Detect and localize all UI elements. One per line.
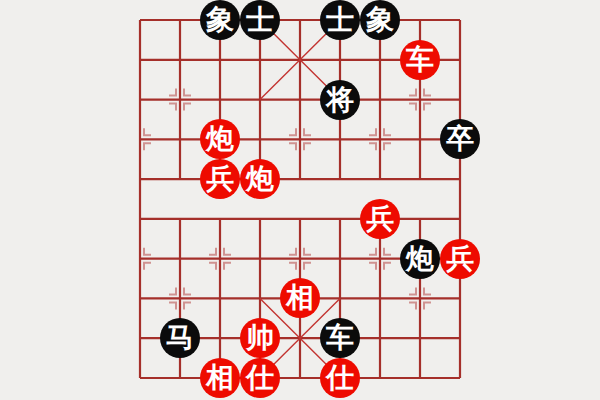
red-advisor-piece[interactable]: 仕 — [240, 358, 280, 398]
red-cannon-piece[interactable]: 炮 — [200, 119, 240, 159]
black-pawn-piece[interactable]: 卒 — [440, 119, 480, 159]
black-advisor-piece[interactable]: 士 — [320, 0, 360, 40]
black-elephant-piece[interactable]: 象 — [200, 0, 240, 40]
red-pawn-piece[interactable]: 兵 — [200, 159, 240, 199]
black-horse-piece[interactable]: 马 — [160, 318, 200, 358]
red-elephant-piece[interactable]: 相 — [280, 278, 320, 318]
red-chariot-piece[interactable]: 车 — [400, 40, 440, 80]
red-pawn-piece[interactable]: 兵 — [440, 239, 480, 279]
red-advisor-piece[interactable]: 仕 — [320, 358, 360, 398]
red-king-piece[interactable]: 帅 — [240, 318, 280, 358]
red-elephant-piece[interactable]: 相 — [200, 358, 240, 398]
board-grid: 象士士象车将炮卒兵炮兵炮兵相马帅车相仕仕 — [120, 0, 480, 398]
black-advisor-piece[interactable]: 士 — [240, 0, 280, 40]
black-chariot-piece[interactable]: 车 — [320, 318, 360, 358]
red-pawn-piece[interactable]: 兵 — [360, 199, 400, 239]
black-cannon-piece[interactable]: 炮 — [400, 239, 440, 279]
red-cannon-piece[interactable]: 炮 — [240, 159, 280, 199]
black-elephant-piece[interactable]: 象 — [360, 0, 400, 40]
xiangqi-board: 象士士象车将炮卒兵炮兵炮兵相马帅车相仕仕 — [0, 0, 600, 400]
black-king-piece[interactable]: 将 — [320, 80, 360, 120]
